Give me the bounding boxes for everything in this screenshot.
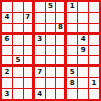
cell-r5c4[interactable] (35, 46, 45, 56)
given-digit: 4 (81, 36, 86, 43)
cell-r2c3[interactable]: 7 (24, 13, 34, 23)
cell-r5c5[interactable] (46, 46, 56, 56)
cell-r2c5[interactable] (46, 13, 56, 23)
given-digit: 5 (15, 57, 20, 64)
given-digit: 7 (37, 69, 42, 76)
cell-r1c5[interactable]: 5 (46, 2, 56, 12)
given-digit: 4 (5, 14, 10, 21)
cell-r9c4[interactable]: 4 (35, 89, 45, 99)
cell-r4c5[interactable] (46, 35, 56, 45)
cell-r5c6[interactable] (56, 46, 66, 56)
cell-r9c8[interactable] (78, 89, 88, 99)
cell-r6c8[interactable] (78, 56, 88, 66)
cell-r2c7[interactable] (67, 13, 77, 23)
given-digit: 3 (5, 91, 10, 98)
given-digit: 7 (25, 14, 30, 21)
cell-r2c9[interactable] (89, 13, 99, 23)
cell-r5c2[interactable] (13, 46, 23, 56)
cell-r1c8[interactable] (78, 2, 88, 12)
cell-r1c9[interactable] (89, 2, 99, 12)
cell-r9c5[interactable] (46, 89, 56, 99)
cell-r8c5[interactable] (46, 78, 56, 88)
cell-r9c3[interactable] (24, 89, 34, 99)
cell-r1c7[interactable]: 1 (67, 2, 77, 12)
cell-r8c1[interactable] (2, 78, 12, 88)
cell-r1c4[interactable] (35, 2, 45, 12)
cell-r7c6[interactable] (56, 67, 66, 77)
given-digit: 9 (81, 47, 86, 54)
cell-r8c4[interactable] (35, 78, 45, 88)
cell-r2c2[interactable] (13, 13, 23, 23)
cell-r9c9[interactable] (89, 89, 99, 99)
given-digit: 1 (70, 3, 75, 10)
cell-r7c4[interactable]: 7 (35, 67, 45, 77)
cell-r1c6[interactable] (56, 2, 66, 12)
cell-r3c5[interactable] (46, 24, 56, 34)
cell-r7c3[interactable] (24, 67, 34, 77)
cell-r6c6[interactable] (56, 56, 66, 66)
cell-r7c7[interactable]: 5 (67, 67, 77, 77)
cell-r7c9[interactable] (89, 67, 99, 77)
cell-r3c9[interactable] (89, 24, 99, 34)
cell-r3c3[interactable] (24, 24, 34, 34)
cell-r3c4[interactable] (35, 24, 45, 34)
cell-r5c8[interactable]: 9 (78, 46, 88, 56)
cell-r5c9[interactable] (89, 46, 99, 56)
cell-r6c3[interactable] (24, 56, 34, 66)
cell-r3c8[interactable] (78, 24, 88, 34)
cell-r9c6[interactable] (56, 89, 66, 99)
cell-r7c2[interactable] (13, 67, 23, 77)
given-digit: 8 (70, 80, 75, 87)
cell-r3c7[interactable] (67, 24, 77, 34)
cell-r6c2[interactable]: 5 (13, 56, 23, 66)
cell-r6c7[interactable] (67, 56, 77, 66)
cell-r4c1[interactable]: 6 (2, 35, 12, 45)
cell-r5c3[interactable] (24, 46, 34, 56)
cell-r1c2[interactable] (13, 2, 23, 12)
cell-r4c3[interactable] (24, 35, 34, 45)
cell-r3c1[interactable] (2, 24, 12, 34)
cell-r3c2[interactable] (13, 24, 23, 34)
given-digit: 8 (58, 24, 63, 31)
cell-r7c5[interactable] (46, 67, 56, 77)
cell-r8c9[interactable]: 1 (89, 78, 99, 88)
given-digit: 1 (92, 80, 97, 87)
cell-r4c8[interactable]: 4 (78, 35, 88, 45)
cell-r4c9[interactable] (89, 35, 99, 45)
given-digit: 5 (70, 69, 75, 76)
cell-r8c2[interactable] (13, 78, 23, 88)
cell-r4c2[interactable] (13, 35, 23, 45)
cell-r9c1[interactable]: 3 (2, 89, 12, 99)
cell-r2c4[interactable] (35, 13, 45, 23)
cell-r6c9[interactable] (89, 56, 99, 66)
cell-r7c8[interactable] (78, 67, 88, 77)
cell-r6c5[interactable] (46, 56, 56, 66)
cell-r2c1[interactable]: 4 (2, 13, 12, 23)
cell-r8c6[interactable] (56, 78, 66, 88)
cell-r4c7[interactable] (67, 35, 77, 45)
cell-r2c6[interactable] (56, 13, 66, 23)
cell-r8c3[interactable] (24, 78, 34, 88)
cell-r4c6[interactable] (56, 35, 66, 45)
cell-r5c7[interactable] (67, 46, 77, 56)
given-digit: 3 (37, 36, 42, 43)
given-digit: 2 (5, 69, 10, 76)
cell-r5c1[interactable] (2, 46, 12, 56)
cell-r8c7[interactable]: 8 (67, 78, 77, 88)
given-digit: 4 (37, 91, 42, 98)
cell-r9c7[interactable] (67, 89, 77, 99)
cell-r1c1[interactable] (2, 2, 12, 12)
cell-r4c4[interactable]: 3 (35, 35, 45, 45)
cell-r6c4[interactable] (35, 56, 45, 66)
given-digit: 5 (48, 3, 53, 10)
cell-r8c8[interactable] (78, 78, 88, 88)
cell-r1c3[interactable] (24, 2, 34, 12)
cell-r7c1[interactable]: 2 (2, 67, 12, 77)
cell-r2c8[interactable] (78, 13, 88, 23)
cell-r6c1[interactable] (2, 56, 12, 66)
given-digit: 6 (5, 36, 10, 43)
cell-r9c2[interactable] (13, 89, 23, 99)
cell-r3c6[interactable]: 8 (56, 24, 66, 34)
sudoku-board: 51478634952758134 (0, 0, 101, 101)
